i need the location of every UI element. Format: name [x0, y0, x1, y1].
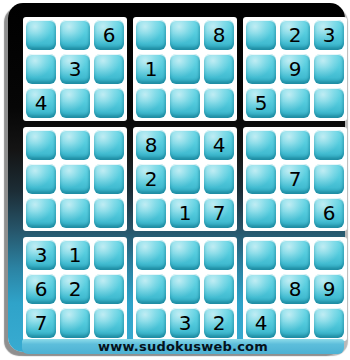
sudoku-cell-r5c7[interactable] [246, 164, 276, 194]
sudoku-cell-r4c8[interactable] [280, 130, 310, 160]
sudoku-cell-r6c3[interactable] [94, 198, 124, 228]
sudoku-cell-r2c4[interactable]: 1 [136, 54, 166, 84]
sudoku-cell-r7c4[interactable] [136, 240, 166, 270]
sudoku-cell-r6c8[interactable] [280, 198, 310, 228]
sudoku-box: 76 [243, 127, 347, 231]
sudoku-cell-r9c6[interactable]: 2 [204, 308, 234, 338]
sudoku-box: 81 [133, 17, 237, 121]
sudoku-cell-r3c1[interactable]: 4 [26, 88, 56, 118]
sudoku-cell-r8c6[interactable] [204, 274, 234, 304]
sudoku-cell-r9c8[interactable] [280, 308, 310, 338]
sudoku-cell-r3c2[interactable] [60, 88, 90, 118]
sudoku-cell-r1c3[interactable]: 6 [94, 20, 124, 50]
sudoku-cell-r2c2[interactable]: 3 [60, 54, 90, 84]
sudoku-cell-r2c7[interactable] [246, 54, 276, 84]
sudoku-cell-r8c2[interactable]: 2 [60, 274, 90, 304]
sudoku-cell-r3c8[interactable] [280, 88, 310, 118]
sudoku-cell-r8c7[interactable] [246, 274, 276, 304]
sudoku-cell-r6c2[interactable] [60, 198, 90, 228]
sudoku-cell-r9c3[interactable] [94, 308, 124, 338]
sudoku-cell-r5c9[interactable] [314, 164, 344, 194]
sudoku-cell-r6c1[interactable] [26, 198, 56, 228]
sudoku-cell-r8c5[interactable] [170, 274, 200, 304]
sudoku-cell-r5c6[interactable] [204, 164, 234, 194]
sudoku-cell-r4c4[interactable]: 8 [136, 130, 166, 160]
sudoku-cell-r3c9[interactable] [314, 88, 344, 118]
sudoku-cell-r1c7[interactable] [246, 20, 276, 50]
sudoku-cell-r1c4[interactable] [136, 20, 166, 50]
sudoku-cell-r7c6[interactable] [204, 240, 234, 270]
sudoku-cell-r2c9[interactable] [314, 54, 344, 84]
sudoku-cell-r4c7[interactable] [246, 130, 276, 160]
sudoku-box [23, 127, 127, 231]
sudoku-cell-r2c5[interactable] [170, 54, 200, 84]
sudoku-cell-r3c6[interactable] [204, 88, 234, 118]
sudoku-cell-r3c3[interactable] [94, 88, 124, 118]
sudoku-cell-r6c9[interactable]: 6 [314, 198, 344, 228]
sudoku-cell-r1c2[interactable] [60, 20, 90, 50]
sudoku-cell-r4c1[interactable] [26, 130, 56, 160]
sudoku-cell-r1c5[interactable] [170, 20, 200, 50]
sudoku-box: 894 [243, 237, 347, 341]
sudoku-cell-r8c4[interactable] [136, 274, 166, 304]
sudoku-cell-r4c6[interactable]: 4 [204, 130, 234, 160]
board-frame: 634 81 2395 84217 76 31627 32 894 www.su… [8, 3, 345, 352]
sudoku-cell-r7c7[interactable] [246, 240, 276, 270]
sudoku-cell-r4c2[interactable] [60, 130, 90, 160]
sudoku-cell-r9c7[interactable]: 4 [246, 308, 276, 338]
sudoku-cell-r8c3[interactable] [94, 274, 124, 304]
sudoku-cell-r2c3[interactable] [94, 54, 124, 84]
sudoku-cell-r7c9[interactable] [314, 240, 344, 270]
sudoku-cell-r1c9[interactable]: 3 [314, 20, 344, 50]
sudoku-cell-r6c7[interactable] [246, 198, 276, 228]
sudoku-box: 634 [23, 17, 127, 121]
sudoku-cell-r6c6[interactable]: 7 [204, 198, 234, 228]
sudoku-cell-r3c5[interactable] [170, 88, 200, 118]
sudoku-cell-r5c4[interactable]: 2 [136, 164, 166, 194]
sudoku-cell-r7c8[interactable] [280, 240, 310, 270]
sudoku-box: 31627 [23, 237, 127, 341]
sudoku-cell-r6c4[interactable] [136, 198, 166, 228]
sudoku-cell-r8c8[interactable]: 8 [280, 274, 310, 304]
sudoku-cell-r9c9[interactable] [314, 308, 344, 338]
footer-bar: www.sudokusweb.com [22, 339, 344, 354]
sudoku-cell-r2c1[interactable] [26, 54, 56, 84]
sudoku-page: 634 81 2395 84217 76 31627 32 894 www.su… [0, 0, 350, 360]
sudoku-cell-r1c6[interactable]: 8 [204, 20, 234, 50]
sudoku-cell-r4c5[interactable] [170, 130, 200, 160]
sudoku-cell-r3c7[interactable]: 5 [246, 88, 276, 118]
sudoku-cell-r5c8[interactable]: 7 [280, 164, 310, 194]
website-url: www.sudokusweb.com [98, 339, 268, 354]
sudoku-box: 2395 [243, 17, 347, 121]
sudoku-cell-r3c4[interactable] [136, 88, 166, 118]
sudoku-cell-r7c5[interactable] [170, 240, 200, 270]
sudoku-cell-r1c8[interactable]: 2 [280, 20, 310, 50]
sudoku-cell-r2c6[interactable] [204, 54, 234, 84]
sudoku-cell-r2c8[interactable]: 9 [280, 54, 310, 84]
sudoku-cell-r6c5[interactable]: 1 [170, 198, 200, 228]
sudoku-cell-r4c3[interactable] [94, 130, 124, 160]
sudoku-cell-r7c3[interactable] [94, 240, 124, 270]
sudoku-cell-r5c3[interactable] [94, 164, 124, 194]
sudoku-board: 634 81 2395 84217 76 31627 32 894 [23, 17, 347, 341]
sudoku-cell-r9c2[interactable] [60, 308, 90, 338]
sudoku-box: 32 [133, 237, 237, 341]
sudoku-cell-r1c1[interactable] [26, 20, 56, 50]
sudoku-cell-r5c1[interactable] [26, 164, 56, 194]
sudoku-cell-r5c5[interactable] [170, 164, 200, 194]
sudoku-cell-r7c1[interactable]: 3 [26, 240, 56, 270]
sudoku-cell-r4c9[interactable] [314, 130, 344, 160]
sudoku-cell-r9c4[interactable] [136, 308, 166, 338]
sudoku-cell-r8c1[interactable]: 6 [26, 274, 56, 304]
sudoku-cell-r5c2[interactable] [60, 164, 90, 194]
sudoku-cell-r9c5[interactable]: 3 [170, 308, 200, 338]
sudoku-cell-r9c1[interactable]: 7 [26, 308, 56, 338]
sudoku-box: 84217 [133, 127, 237, 231]
sudoku-cell-r8c9[interactable]: 9 [314, 274, 344, 304]
sudoku-cell-r7c2[interactable]: 1 [60, 240, 90, 270]
